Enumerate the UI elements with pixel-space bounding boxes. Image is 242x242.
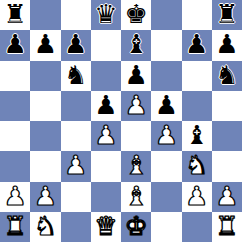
square-g7[interactable]: ♟ (182, 30, 212, 60)
square-f8[interactable] (151, 0, 181, 30)
piece-black-pawn[interactable]: ♟ (94, 91, 117, 120)
square-a7[interactable]: ♟ (0, 30, 30, 60)
square-b1[interactable]: ♞ (30, 212, 60, 242)
piece-black-pawn[interactable]: ♟ (185, 30, 208, 59)
piece-black-king[interactable]: ♚ (124, 0, 147, 29)
square-a3[interactable] (0, 151, 30, 181)
square-h1[interactable]: ♜ (212, 212, 242, 242)
piece-white-bishop[interactable]: ♝ (124, 182, 147, 211)
square-f4[interactable]: ♟ (151, 121, 181, 151)
square-b6[interactable] (30, 61, 60, 91)
square-h6[interactable]: ♞ (212, 61, 242, 91)
square-c2[interactable] (61, 182, 91, 212)
square-d5[interactable]: ♟ (91, 91, 121, 121)
piece-black-bishop[interactable]: ♝ (124, 30, 147, 59)
square-h8[interactable]: ♜ (212, 0, 242, 30)
square-c6[interactable]: ♞ (61, 61, 91, 91)
piece-white-pawn[interactable]: ♟ (185, 182, 208, 211)
square-f7[interactable] (151, 30, 181, 60)
piece-white-knight[interactable]: ♞ (185, 151, 208, 180)
square-h3[interactable] (212, 151, 242, 181)
piece-white-pawn[interactable]: ♟ (34, 182, 57, 211)
square-a4[interactable] (0, 121, 30, 151)
square-e3[interactable]: ♝ (121, 151, 151, 181)
square-e8[interactable]: ♚ (121, 0, 151, 30)
piece-white-knight[interactable]: ♞ (34, 212, 57, 241)
square-d3[interactable] (91, 151, 121, 181)
piece-white-pawn[interactable]: ♟ (64, 151, 87, 180)
square-d1[interactable]: ♛ (91, 212, 121, 242)
piece-black-rook[interactable]: ♜ (3, 0, 26, 29)
square-c7[interactable]: ♟ (61, 30, 91, 60)
square-a2[interactable]: ♟ (0, 182, 30, 212)
piece-black-knight[interactable]: ♞ (64, 61, 87, 90)
square-d7[interactable] (91, 30, 121, 60)
square-h4[interactable] (212, 121, 242, 151)
piece-black-rook[interactable]: ♜ (215, 0, 238, 29)
piece-black-pawn[interactable]: ♟ (34, 30, 57, 59)
square-g3[interactable]: ♞ (182, 151, 212, 181)
square-g5[interactable] (182, 91, 212, 121)
square-d2[interactable] (91, 182, 121, 212)
square-g6[interactable] (182, 61, 212, 91)
piece-black-bishop[interactable]: ♝ (185, 121, 208, 150)
square-g4[interactable]: ♝ (182, 121, 212, 151)
square-b7[interactable]: ♟ (30, 30, 60, 60)
square-b5[interactable] (30, 91, 60, 121)
square-a1[interactable]: ♜ (0, 212, 30, 242)
square-e2[interactable]: ♝ (121, 182, 151, 212)
square-b8[interactable] (30, 0, 60, 30)
square-f3[interactable] (151, 151, 181, 181)
square-b3[interactable] (30, 151, 60, 181)
square-a5[interactable] (0, 91, 30, 121)
square-e1[interactable]: ♚ (121, 212, 151, 242)
piece-white-pawn[interactable]: ♟ (3, 182, 26, 211)
piece-black-queen[interactable]: ♛ (94, 0, 117, 29)
square-f1[interactable] (151, 212, 181, 242)
square-a8[interactable]: ♜ (0, 0, 30, 30)
square-d4[interactable]: ♟ (91, 121, 121, 151)
square-f6[interactable] (151, 61, 181, 91)
square-e5[interactable]: ♟ (121, 91, 151, 121)
square-g2[interactable]: ♟ (182, 182, 212, 212)
piece-black-knight[interactable]: ♞ (215, 61, 238, 90)
piece-white-king[interactable]: ♚ (124, 212, 147, 241)
piece-black-pawn[interactable]: ♟ (124, 61, 147, 90)
square-d8[interactable]: ♛ (91, 0, 121, 30)
chess-board: ♜♛♚♜♟♟♟♝♟♟♞♟♞♟♟♟♟♟♝♟♝♞♟♟♝♟♟♜♞♛♚♜ (0, 0, 242, 242)
square-c5[interactable] (61, 91, 91, 121)
square-e4[interactable] (121, 121, 151, 151)
square-b4[interactable] (30, 121, 60, 151)
piece-white-pawn[interactable]: ♟ (215, 182, 238, 211)
piece-white-pawn[interactable]: ♟ (124, 91, 147, 120)
square-f5[interactable]: ♟ (151, 91, 181, 121)
piece-white-pawn[interactable]: ♟ (155, 121, 178, 150)
piece-white-queen[interactable]: ♛ (94, 212, 117, 241)
square-h5[interactable] (212, 91, 242, 121)
square-c4[interactable] (61, 121, 91, 151)
square-c1[interactable] (61, 212, 91, 242)
square-e6[interactable]: ♟ (121, 61, 151, 91)
square-a6[interactable] (0, 61, 30, 91)
square-c3[interactable]: ♟ (61, 151, 91, 181)
piece-white-pawn[interactable]: ♟ (94, 121, 117, 150)
piece-black-pawn[interactable]: ♟ (155, 91, 178, 120)
square-g8[interactable] (182, 0, 212, 30)
piece-black-pawn[interactable]: ♟ (64, 30, 87, 59)
piece-white-bishop[interactable]: ♝ (124, 151, 147, 180)
square-h2[interactable]: ♟ (212, 182, 242, 212)
square-b2[interactable]: ♟ (30, 182, 60, 212)
square-f2[interactable] (151, 182, 181, 212)
piece-black-pawn[interactable]: ♟ (215, 30, 238, 59)
square-g1[interactable] (182, 212, 212, 242)
piece-black-pawn[interactable]: ♟ (3, 30, 26, 59)
square-h7[interactable]: ♟ (212, 30, 242, 60)
square-d6[interactable] (91, 61, 121, 91)
square-e7[interactable]: ♝ (121, 30, 151, 60)
piece-white-rook[interactable]: ♜ (3, 212, 26, 241)
piece-white-rook[interactable]: ♜ (215, 212, 238, 241)
square-c8[interactable] (61, 0, 91, 30)
